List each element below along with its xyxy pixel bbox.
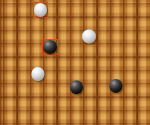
board-cell[interactable] xyxy=(17,97,30,110)
board-cell[interactable] xyxy=(43,17,56,30)
board-cell[interactable] xyxy=(70,17,83,30)
board-cell[interactable] xyxy=(30,97,43,110)
board-cell[interactable] xyxy=(110,30,123,43)
board-cell[interactable] xyxy=(83,83,96,96)
board-cell[interactable] xyxy=(123,30,136,43)
black-stone-cell[interactable] xyxy=(43,40,56,53)
board-cell[interactable] xyxy=(43,83,56,96)
board-cell[interactable] xyxy=(83,97,96,110)
board-cell[interactable] xyxy=(123,57,136,70)
black-stone[interactable] xyxy=(109,79,122,93)
board-cell[interactable] xyxy=(137,43,150,56)
board-cell[interactable] xyxy=(70,30,83,43)
board-cell[interactable] xyxy=(57,83,70,96)
board-cell[interactable] xyxy=(3,43,16,56)
board-cell[interactable] xyxy=(97,83,110,96)
board-cell[interactable] xyxy=(97,110,110,123)
board-cell[interactable] xyxy=(17,30,30,43)
board-cell[interactable] xyxy=(57,43,70,56)
board-cell[interactable] xyxy=(137,57,150,70)
board-cell[interactable] xyxy=(123,97,136,110)
board-cell[interactable] xyxy=(57,17,70,30)
board-cell[interactable] xyxy=(137,17,150,30)
board-cell[interactable] xyxy=(17,83,30,96)
board-cell[interactable] xyxy=(3,30,16,43)
board-cell[interactable] xyxy=(110,110,123,123)
board-cell[interactable] xyxy=(97,57,110,70)
board-cell[interactable] xyxy=(137,97,150,110)
board-cell[interactable] xyxy=(30,110,43,123)
white-stone-cell[interactable] xyxy=(31,67,44,80)
board-cell[interactable] xyxy=(3,110,16,123)
board-cell[interactable] xyxy=(123,83,136,96)
board-cell[interactable] xyxy=(3,57,16,70)
board-cell[interactable] xyxy=(3,17,16,30)
board-cell[interactable] xyxy=(30,83,43,96)
board-cell[interactable] xyxy=(97,17,110,30)
board-cell[interactable] xyxy=(43,70,56,83)
board-cell[interactable] xyxy=(97,3,110,16)
white-stone[interactable] xyxy=(31,67,44,81)
board-cell[interactable] xyxy=(110,17,123,30)
board-cell[interactable] xyxy=(97,70,110,83)
board-cell[interactable] xyxy=(123,3,136,16)
board-cell[interactable] xyxy=(110,43,123,56)
board-cell[interactable] xyxy=(123,43,136,56)
board-cell[interactable] xyxy=(17,70,30,83)
board-cell[interactable] xyxy=(123,17,136,30)
board-cell[interactable] xyxy=(137,110,150,123)
board-cell[interactable] xyxy=(70,3,83,16)
white-stone-cell[interactable] xyxy=(82,29,95,42)
board-cell[interactable] xyxy=(43,110,56,123)
white-stone-cell[interactable] xyxy=(34,3,47,16)
board-grid[interactable] xyxy=(3,3,150,123)
board-cell[interactable] xyxy=(137,70,150,83)
board-cell[interactable] xyxy=(110,57,123,70)
board-cell[interactable] xyxy=(3,3,16,16)
board-cell[interactable] xyxy=(17,110,30,123)
board-cell[interactable] xyxy=(3,97,16,110)
board-cell[interactable] xyxy=(57,3,70,16)
board-cell[interactable] xyxy=(83,70,96,83)
board-cell[interactable] xyxy=(57,30,70,43)
board-cell[interactable] xyxy=(17,57,30,70)
board-cell[interactable] xyxy=(17,43,30,56)
board-cell[interactable] xyxy=(83,43,96,56)
board-cell[interactable] xyxy=(3,83,16,96)
board-cell[interactable] xyxy=(43,57,56,70)
board-cell[interactable] xyxy=(70,43,83,56)
black-stone[interactable] xyxy=(70,80,83,94)
black-stone-cell[interactable] xyxy=(109,79,122,92)
board-cell[interactable] xyxy=(57,70,70,83)
board-cell[interactable] xyxy=(30,17,43,30)
board-cell[interactable] xyxy=(97,97,110,110)
board-cell[interactable] xyxy=(70,97,83,110)
board-cell[interactable] xyxy=(83,3,96,16)
black-stone[interactable] xyxy=(43,40,56,54)
board-cell[interactable] xyxy=(110,3,123,16)
board-cell[interactable] xyxy=(70,57,83,70)
board-cell[interactable] xyxy=(57,110,70,123)
white-stone[interactable] xyxy=(34,3,47,17)
board-cell[interactable] xyxy=(137,83,150,96)
board-cell[interactable] xyxy=(3,70,16,83)
board-cell[interactable] xyxy=(83,110,96,123)
board-cell[interactable] xyxy=(137,30,150,43)
go-board[interactable] xyxy=(0,0,150,125)
board-cell[interactable] xyxy=(70,110,83,123)
board-cell[interactable] xyxy=(97,30,110,43)
board-cell[interactable] xyxy=(110,97,123,110)
board-cell[interactable] xyxy=(83,57,96,70)
board-cell[interactable] xyxy=(57,97,70,110)
board-cell[interactable] xyxy=(83,17,96,30)
board-cell[interactable] xyxy=(137,3,150,16)
board-cell[interactable] xyxy=(97,43,110,56)
board-cell[interactable] xyxy=(123,70,136,83)
white-stone[interactable] xyxy=(82,29,95,43)
black-stone-cell[interactable] xyxy=(70,81,83,94)
board-cell[interactable] xyxy=(57,57,70,70)
board-cell[interactable] xyxy=(17,3,30,16)
board-cell[interactable] xyxy=(43,97,56,110)
board-cell[interactable] xyxy=(17,17,30,30)
board-cell[interactable] xyxy=(123,110,136,123)
